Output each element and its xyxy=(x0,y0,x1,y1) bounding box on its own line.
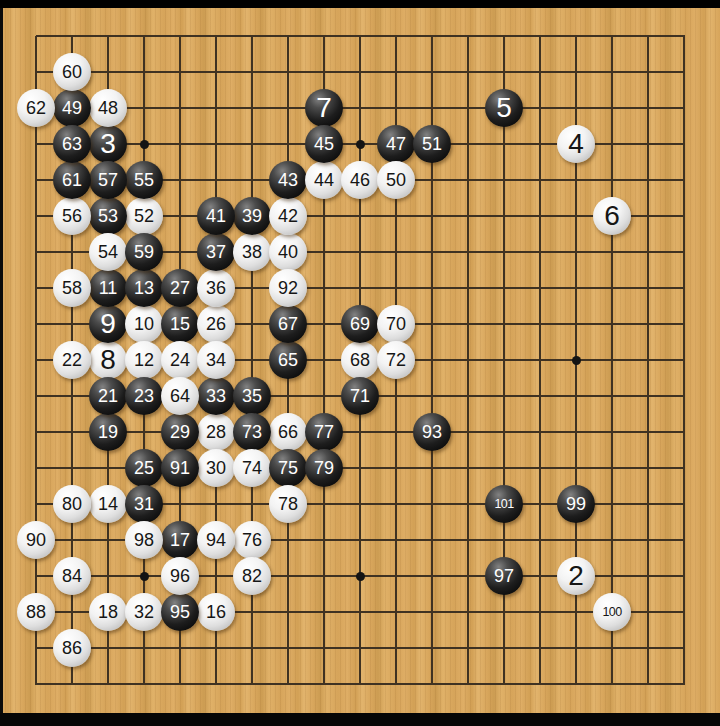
stone-70[interactable]: 70 xyxy=(377,305,415,343)
stone-4[interactable]: 4 xyxy=(557,125,595,163)
stone-move-number: 16 xyxy=(206,603,226,621)
stone-move-number: 26 xyxy=(206,315,226,333)
stone-28[interactable]: 28 xyxy=(197,413,235,451)
stone-2[interactable]: 2 xyxy=(557,557,595,595)
stone-move-number: 28 xyxy=(206,423,226,441)
stone-move-number: 51 xyxy=(422,135,442,153)
stone-move-number: 2 xyxy=(568,562,584,590)
stone-move-number: 94 xyxy=(206,531,226,549)
stone-move-number: 14 xyxy=(98,495,118,513)
stone-move-number: 31 xyxy=(134,495,154,513)
stone-move-number: 45 xyxy=(314,135,334,153)
stone-move-number: 57 xyxy=(98,171,118,189)
stone-31[interactable]: 31 xyxy=(125,485,163,523)
stone-move-number: 21 xyxy=(98,387,118,405)
stone-move-number: 38 xyxy=(242,243,262,261)
stone-39[interactable]: 39 xyxy=(233,197,271,235)
stone-93[interactable]: 93 xyxy=(413,413,451,451)
stone-move-number: 27 xyxy=(170,279,190,297)
stone-97[interactable]: 97 xyxy=(485,557,523,595)
stone-57[interactable]: 57 xyxy=(89,161,127,199)
stone-move-number: 99 xyxy=(566,495,586,513)
stone-41[interactable]: 41 xyxy=(197,197,235,235)
stone-move-number: 100 xyxy=(602,606,621,619)
stone-27[interactable]: 27 xyxy=(161,269,199,307)
stone-64[interactable]: 64 xyxy=(161,377,199,415)
stone-40[interactable]: 40 xyxy=(269,233,307,271)
stone-move-number: 25 xyxy=(134,459,154,477)
stone-move-number: 67 xyxy=(278,315,298,333)
stone-46[interactable]: 46 xyxy=(341,161,379,199)
stone-move-number: 3 xyxy=(100,130,116,158)
stone-79[interactable]: 79 xyxy=(305,449,343,487)
stone-move-number: 68 xyxy=(350,351,370,369)
stone-move-number: 42 xyxy=(278,207,298,225)
stone-move-number: 77 xyxy=(314,423,334,441)
stone-5[interactable]: 5 xyxy=(485,89,523,127)
stone-move-number: 62 xyxy=(26,99,46,117)
stone-move-number: 19 xyxy=(98,423,118,441)
stone-move-number: 37 xyxy=(206,243,226,261)
stone-move-number: 90 xyxy=(26,531,46,549)
stone-32[interactable]: 32 xyxy=(125,593,163,631)
stone-move-number: 35 xyxy=(242,387,262,405)
stone-move-number: 29 xyxy=(170,423,190,441)
stone-17[interactable]: 17 xyxy=(161,521,199,559)
stone-move-number: 70 xyxy=(386,315,406,333)
stone-94[interactable]: 94 xyxy=(197,521,235,559)
stone-54[interactable]: 54 xyxy=(89,233,127,271)
stone-99[interactable]: 99 xyxy=(557,485,595,523)
stone-33[interactable]: 33 xyxy=(197,377,235,415)
stone-move-number: 49 xyxy=(62,99,82,117)
stone-62[interactable]: 62 xyxy=(17,89,55,127)
stone-18[interactable]: 18 xyxy=(89,593,127,631)
stone-move-number: 76 xyxy=(242,531,262,549)
stone-61[interactable]: 61 xyxy=(53,161,91,199)
stone-43[interactable]: 43 xyxy=(269,161,307,199)
stone-69[interactable]: 69 xyxy=(341,305,379,343)
stone-move-number: 43 xyxy=(278,171,298,189)
stone-15[interactable]: 15 xyxy=(161,305,199,343)
stone-move-number: 23 xyxy=(134,387,154,405)
stone-35[interactable]: 35 xyxy=(233,377,271,415)
stone-55[interactable]: 55 xyxy=(125,161,163,199)
stone-82[interactable]: 82 xyxy=(233,557,271,595)
stone-move-number: 71 xyxy=(350,387,370,405)
stone-56[interactable]: 56 xyxy=(53,197,91,235)
stone-move-number: 53 xyxy=(98,207,118,225)
top-black-bar xyxy=(0,0,720,8)
stone-37[interactable]: 37 xyxy=(197,233,235,271)
stone-3[interactable]: 3 xyxy=(89,125,127,163)
stone-move-number: 40 xyxy=(278,243,298,261)
stone-6[interactable]: 6 xyxy=(593,197,631,235)
stone-11[interactable]: 11 xyxy=(89,269,127,307)
stone-47[interactable]: 47 xyxy=(377,125,415,163)
stone-23[interactable]: 23 xyxy=(125,377,163,415)
stone-36[interactable]: 36 xyxy=(197,269,235,307)
stone-move-number: 15 xyxy=(170,315,190,333)
left-screen-edge xyxy=(0,0,3,726)
stone-65[interactable]: 65 xyxy=(269,341,307,379)
stone-48[interactable]: 48 xyxy=(89,89,127,127)
stone-move-number: 46 xyxy=(350,171,370,189)
stone-move-number: 73 xyxy=(242,423,262,441)
stone-move-number: 18 xyxy=(98,603,118,621)
stone-move-number: 75 xyxy=(278,459,298,477)
stone-move-number: 93 xyxy=(422,423,442,441)
stone-move-number: 8 xyxy=(100,346,116,374)
stone-7[interactable]: 7 xyxy=(305,89,343,127)
stone-move-number: 69 xyxy=(350,315,370,333)
stone-73[interactable]: 73 xyxy=(233,413,271,451)
stone-68[interactable]: 68 xyxy=(341,341,379,379)
stone-move-number: 7 xyxy=(316,94,332,122)
stone-45[interactable]: 45 xyxy=(305,125,343,163)
stone-move-number: 24 xyxy=(170,351,190,369)
stone-51[interactable]: 51 xyxy=(413,125,451,163)
stone-move-number: 47 xyxy=(386,135,406,153)
stone-move-number: 50 xyxy=(386,171,406,189)
stone-50[interactable]: 50 xyxy=(377,161,415,199)
stone-move-number: 98 xyxy=(134,531,154,549)
stone-move-number: 32 xyxy=(134,603,154,621)
stone-59[interactable]: 59 xyxy=(125,233,163,271)
stone-80[interactable]: 80 xyxy=(53,485,91,523)
stone-49[interactable]: 49 xyxy=(53,89,91,127)
stone-move-number: 82 xyxy=(242,567,262,585)
stone-move-number: 5 xyxy=(496,94,512,122)
stone-move-number: 84 xyxy=(62,567,82,585)
stone-66[interactable]: 66 xyxy=(269,413,307,451)
stone-move-number: 86 xyxy=(62,639,82,657)
bottom-black-bar xyxy=(0,713,720,726)
stone-100[interactable]: 100 xyxy=(593,593,631,631)
stone-42[interactable]: 42 xyxy=(269,197,307,235)
stone-move-number: 12 xyxy=(134,351,154,369)
stone-move-number: 17 xyxy=(170,531,190,549)
stone-move-number: 33 xyxy=(206,387,226,405)
stone-move-number: 61 xyxy=(62,171,82,189)
stone-29[interactable]: 29 xyxy=(161,413,199,451)
stone-67[interactable]: 67 xyxy=(269,305,307,343)
go-app-screen: 2345678910111213141516171819212223242526… xyxy=(0,0,720,726)
stone-90[interactable]: 90 xyxy=(17,521,55,559)
stone-30[interactable]: 30 xyxy=(197,449,235,487)
stone-86[interactable]: 86 xyxy=(53,629,91,667)
stone-63[interactable]: 63 xyxy=(53,125,91,163)
stone-71[interactable]: 71 xyxy=(341,377,379,415)
stone-move-number: 11 xyxy=(99,279,118,297)
stone-24[interactable]: 24 xyxy=(161,341,199,379)
stone-move-number: 60 xyxy=(62,63,82,81)
stone-move-number: 72 xyxy=(386,351,406,369)
stone-move-number: 55 xyxy=(134,171,154,189)
stone-move-number: 59 xyxy=(134,243,154,261)
stone-move-number: 88 xyxy=(26,603,46,621)
stone-22[interactable]: 22 xyxy=(53,341,91,379)
stone-84[interactable]: 84 xyxy=(53,557,91,595)
stone-9[interactable]: 9 xyxy=(89,305,127,343)
stone-8[interactable]: 8 xyxy=(89,341,127,379)
stone-move-number: 10 xyxy=(134,315,154,333)
stone-13[interactable]: 13 xyxy=(125,269,163,307)
stone-move-number: 13 xyxy=(134,279,154,297)
stone-44[interactable]: 44 xyxy=(305,161,343,199)
stone-move-number: 101 xyxy=(494,498,513,511)
stone-74[interactable]: 74 xyxy=(233,449,271,487)
stone-25[interactable]: 25 xyxy=(125,449,163,487)
stone-move-number: 95 xyxy=(170,603,190,621)
stone-move-number: 6 xyxy=(604,202,620,230)
stone-26[interactable]: 26 xyxy=(197,305,235,343)
goban-board[interactable]: 2345678910111213141516171819212223242526… xyxy=(18,18,702,702)
stone-move-number: 66 xyxy=(278,423,298,441)
stone-move-number: 63 xyxy=(62,135,82,153)
stone-10[interactable]: 10 xyxy=(125,305,163,343)
stone-move-number: 64 xyxy=(170,387,190,405)
stone-12[interactable]: 12 xyxy=(125,341,163,379)
stone-60[interactable]: 60 xyxy=(53,53,91,91)
stone-move-number: 52 xyxy=(134,207,154,225)
stone-96[interactable]: 96 xyxy=(161,557,199,595)
stone-92[interactable]: 92 xyxy=(269,269,307,307)
stone-34[interactable]: 34 xyxy=(197,341,235,379)
stone-101[interactable]: 101 xyxy=(485,485,523,523)
stone-move-number: 56 xyxy=(62,207,82,225)
stone-move-number: 36 xyxy=(206,279,226,297)
stone-16[interactable]: 16 xyxy=(197,593,235,631)
stone-14[interactable]: 14 xyxy=(89,485,127,523)
stone-53[interactable]: 53 xyxy=(89,197,127,235)
stone-95[interactable]: 95 xyxy=(161,593,199,631)
stone-move-number: 39 xyxy=(242,207,262,225)
stone-move-number: 74 xyxy=(242,459,262,477)
stone-move-number: 96 xyxy=(170,567,190,585)
stone-move-number: 65 xyxy=(278,351,298,369)
stone-move-number: 34 xyxy=(206,351,226,369)
stone-move-number: 48 xyxy=(98,99,118,117)
stone-move-number: 91 xyxy=(170,459,190,477)
stone-72[interactable]: 72 xyxy=(377,341,415,379)
stone-move-number: 22 xyxy=(62,351,82,369)
stone-38[interactable]: 38 xyxy=(233,233,271,271)
stone-98[interactable]: 98 xyxy=(125,521,163,559)
stone-77[interactable]: 77 xyxy=(305,413,343,451)
stone-52[interactable]: 52 xyxy=(125,197,163,235)
stone-21[interactable]: 21 xyxy=(89,377,127,415)
stone-88[interactable]: 88 xyxy=(17,593,55,631)
stone-move-number: 54 xyxy=(98,243,118,261)
stone-move-number: 9 xyxy=(100,310,116,338)
stone-75[interactable]: 75 xyxy=(269,449,307,487)
stone-move-number: 97 xyxy=(494,567,514,585)
stone-move-number: 30 xyxy=(206,459,226,477)
stone-76[interactable]: 76 xyxy=(233,521,271,559)
stone-move-number: 58 xyxy=(62,279,82,297)
stone-78[interactable]: 78 xyxy=(269,485,307,523)
stone-move-number: 41 xyxy=(206,207,226,225)
stone-move-number: 44 xyxy=(314,171,334,189)
stone-move-number: 92 xyxy=(278,279,298,297)
stone-move-number: 80 xyxy=(62,495,82,513)
stone-58[interactable]: 58 xyxy=(53,269,91,307)
stone-91[interactable]: 91 xyxy=(161,449,199,487)
stone-move-number: 4 xyxy=(568,130,584,158)
stone-move-number: 79 xyxy=(314,459,334,477)
stone-move-number: 78 xyxy=(278,495,298,513)
stone-19[interactable]: 19 xyxy=(89,413,127,451)
